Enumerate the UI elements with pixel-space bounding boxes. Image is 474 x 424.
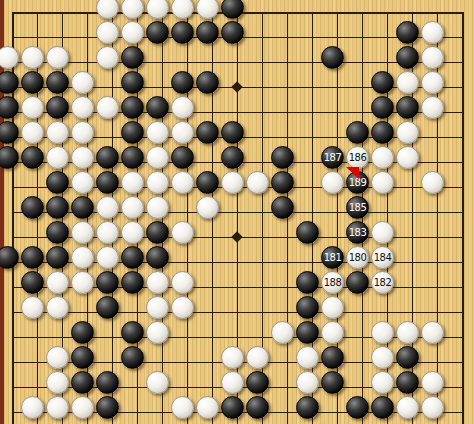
white-stone bbox=[396, 121, 419, 144]
black-stone bbox=[46, 71, 69, 94]
white-stone bbox=[171, 396, 194, 419]
black-stone bbox=[121, 96, 144, 119]
white-stone bbox=[46, 371, 69, 394]
white-stone bbox=[371, 321, 394, 344]
black-stone bbox=[171, 146, 194, 169]
black-stone bbox=[46, 96, 69, 119]
star-point bbox=[231, 231, 242, 242]
white-stone bbox=[321, 321, 344, 344]
white-stone bbox=[21, 96, 44, 119]
black-stone bbox=[46, 246, 69, 269]
go-board[interactable]: 187186189185183181180184188182 bbox=[0, 0, 474, 424]
white-stone bbox=[246, 171, 269, 194]
white-stone bbox=[171, 271, 194, 294]
white-stone bbox=[396, 71, 419, 94]
black-stone bbox=[46, 171, 69, 194]
black-stone bbox=[96, 396, 119, 419]
black-stone bbox=[0, 121, 19, 144]
black-stone bbox=[221, 0, 244, 19]
white-stone bbox=[0, 46, 19, 69]
black-stone bbox=[71, 321, 94, 344]
black-stone bbox=[271, 196, 294, 219]
black-stone bbox=[221, 146, 244, 169]
black-stone bbox=[321, 371, 344, 394]
white-stone bbox=[421, 321, 444, 344]
white-stone bbox=[146, 196, 169, 219]
white-stone bbox=[121, 21, 144, 44]
white-stone bbox=[71, 221, 94, 244]
black-stone bbox=[96, 371, 119, 394]
black-stone bbox=[21, 71, 44, 94]
white-stone bbox=[171, 96, 194, 119]
white-stone bbox=[71, 96, 94, 119]
white-stone bbox=[96, 246, 119, 269]
black-stone bbox=[171, 71, 194, 94]
white-stone bbox=[71, 71, 94, 94]
black-stone bbox=[396, 46, 419, 69]
black-stone bbox=[171, 21, 194, 44]
white-stone bbox=[296, 346, 319, 369]
white-stone bbox=[96, 21, 119, 44]
move-number-label: 186 bbox=[346, 146, 369, 169]
white-stone bbox=[21, 296, 44, 319]
black-stone bbox=[396, 21, 419, 44]
black-stone bbox=[121, 346, 144, 369]
white-stone bbox=[46, 296, 69, 319]
black-stone bbox=[221, 396, 244, 419]
white-stone bbox=[171, 296, 194, 319]
black-stone bbox=[196, 71, 219, 94]
white-stone bbox=[421, 21, 444, 44]
black-stone bbox=[221, 21, 244, 44]
white-stone bbox=[221, 346, 244, 369]
black-stone bbox=[121, 46, 144, 69]
white-stone bbox=[196, 396, 219, 419]
white-stone bbox=[371, 371, 394, 394]
black-stone bbox=[96, 296, 119, 319]
black-stone bbox=[0, 246, 19, 269]
white-stone bbox=[21, 46, 44, 69]
white-stone bbox=[171, 221, 194, 244]
white-stone bbox=[421, 396, 444, 419]
white-stone bbox=[296, 371, 319, 394]
white-stone bbox=[96, 96, 119, 119]
black-stone bbox=[371, 396, 394, 419]
white-stone bbox=[71, 146, 94, 169]
black-stone bbox=[371, 121, 394, 144]
black-stone bbox=[46, 196, 69, 219]
black-stone bbox=[146, 21, 169, 44]
black-stone bbox=[296, 271, 319, 294]
black-stone bbox=[396, 96, 419, 119]
white-stone bbox=[396, 396, 419, 419]
white-stone bbox=[146, 296, 169, 319]
black-stone bbox=[0, 71, 19, 94]
white-stone bbox=[46, 121, 69, 144]
white-stone bbox=[196, 196, 219, 219]
black-stone bbox=[121, 321, 144, 344]
move-number-label: 180 bbox=[346, 246, 369, 269]
white-stone bbox=[121, 196, 144, 219]
white-stone bbox=[46, 146, 69, 169]
black-stone bbox=[46, 221, 69, 244]
black-stone bbox=[71, 196, 94, 219]
move-number-label: 182 bbox=[371, 271, 394, 294]
black-stone bbox=[0, 146, 19, 169]
white-stone bbox=[21, 396, 44, 419]
black-stone bbox=[21, 271, 44, 294]
black-stone bbox=[346, 396, 369, 419]
black-stone bbox=[196, 171, 219, 194]
white-stone bbox=[21, 121, 44, 144]
white-stone bbox=[221, 171, 244, 194]
black-stone bbox=[96, 146, 119, 169]
black-stone bbox=[0, 96, 19, 119]
white-stone bbox=[396, 146, 419, 169]
black-stone bbox=[246, 371, 269, 394]
white-stone bbox=[371, 146, 394, 169]
black-stone bbox=[146, 221, 169, 244]
white-stone bbox=[46, 271, 69, 294]
black-stone bbox=[71, 346, 94, 369]
white-stone bbox=[371, 221, 394, 244]
black-stone bbox=[296, 221, 319, 244]
white-stone bbox=[421, 71, 444, 94]
white-stone bbox=[421, 371, 444, 394]
black-stone bbox=[21, 246, 44, 269]
black-stone bbox=[121, 146, 144, 169]
black-stone bbox=[321, 46, 344, 69]
white-stone bbox=[71, 121, 94, 144]
black-stone bbox=[246, 396, 269, 419]
black-stone bbox=[396, 371, 419, 394]
black-stone bbox=[371, 96, 394, 119]
white-stone bbox=[196, 0, 219, 19]
white-stone bbox=[96, 221, 119, 244]
move-number-label: 183 bbox=[346, 221, 369, 244]
white-stone bbox=[421, 96, 444, 119]
white-stone bbox=[321, 296, 344, 319]
white-stone bbox=[321, 171, 344, 194]
white-stone bbox=[96, 196, 119, 219]
black-stone bbox=[196, 121, 219, 144]
white-stone bbox=[121, 221, 144, 244]
move-number-label: 181 bbox=[321, 246, 344, 269]
black-stone bbox=[371, 71, 394, 94]
white-stone bbox=[46, 346, 69, 369]
white-stone bbox=[171, 0, 194, 19]
black-stone bbox=[96, 171, 119, 194]
black-stone bbox=[221, 121, 244, 144]
black-stone bbox=[296, 296, 319, 319]
white-stone bbox=[146, 321, 169, 344]
white-stone bbox=[146, 171, 169, 194]
white-stone bbox=[71, 246, 94, 269]
black-stone bbox=[121, 121, 144, 144]
black-stone bbox=[396, 346, 419, 369]
black-stone bbox=[346, 271, 369, 294]
move-number-label: 187 bbox=[321, 146, 344, 169]
white-stone bbox=[146, 0, 169, 19]
black-stone bbox=[296, 396, 319, 419]
move-number-label: 188 bbox=[321, 271, 344, 294]
black-stone bbox=[21, 196, 44, 219]
white-stone bbox=[421, 46, 444, 69]
white-stone bbox=[271, 321, 294, 344]
black-stone bbox=[296, 321, 319, 344]
black-stone bbox=[346, 121, 369, 144]
black-stone bbox=[196, 21, 219, 44]
black-stone bbox=[96, 271, 119, 294]
white-stone bbox=[421, 171, 444, 194]
white-stone bbox=[396, 321, 419, 344]
black-stone bbox=[271, 171, 294, 194]
black-stone bbox=[146, 96, 169, 119]
black-stone bbox=[121, 246, 144, 269]
white-stone bbox=[96, 0, 119, 19]
black-stone bbox=[121, 271, 144, 294]
black-stone bbox=[321, 346, 344, 369]
black-stone bbox=[146, 246, 169, 269]
black-stone bbox=[271, 146, 294, 169]
white-stone bbox=[96, 46, 119, 69]
black-stone bbox=[71, 371, 94, 394]
move-number-label: 185 bbox=[346, 196, 369, 219]
white-stone bbox=[71, 396, 94, 419]
white-stone bbox=[146, 121, 169, 144]
white-stone bbox=[221, 371, 244, 394]
white-stone bbox=[371, 346, 394, 369]
white-stone bbox=[171, 171, 194, 194]
black-stone bbox=[121, 71, 144, 94]
white-stone bbox=[171, 121, 194, 144]
white-stone bbox=[46, 46, 69, 69]
white-stone bbox=[46, 396, 69, 419]
white-stone bbox=[146, 146, 169, 169]
star-point bbox=[231, 81, 242, 92]
white-stone bbox=[371, 171, 394, 194]
black-stone bbox=[21, 146, 44, 169]
white-stone bbox=[246, 346, 269, 369]
white-stone bbox=[146, 371, 169, 394]
white-stone bbox=[71, 171, 94, 194]
white-stone bbox=[71, 271, 94, 294]
white-stone bbox=[121, 0, 144, 19]
white-stone bbox=[121, 171, 144, 194]
white-stone bbox=[146, 271, 169, 294]
move-number-label: 184 bbox=[371, 246, 394, 269]
